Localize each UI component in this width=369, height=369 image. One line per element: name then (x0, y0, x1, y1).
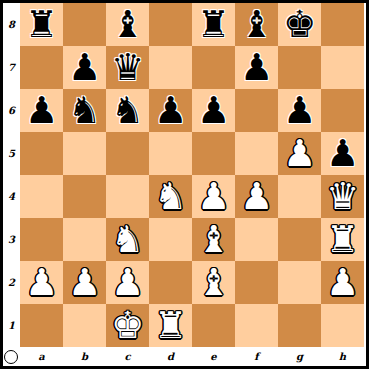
square-a3[interactable] (20, 218, 63, 261)
square-f2[interactable] (235, 261, 278, 304)
rank-label-8: 8 (3, 3, 20, 46)
square-d6[interactable]: ♟ (149, 89, 192, 132)
square-g1[interactable] (278, 304, 321, 347)
square-e2[interactable]: ♝ (192, 261, 235, 304)
piece-black-bishop[interactable]: ♝ (240, 3, 273, 46)
piece-white-pawn[interactable]: ♟ (326, 261, 359, 304)
square-h3[interactable]: ♜ (321, 218, 364, 261)
piece-black-king[interactable]: ♚ (283, 3, 316, 46)
piece-white-pawn[interactable]: ♟ (197, 175, 230, 218)
piece-black-rook[interactable]: ♜ (25, 3, 58, 46)
square-d1[interactable]: ♜ (149, 304, 192, 347)
square-g6[interactable]: ♟ (278, 89, 321, 132)
square-c3[interactable]: ♞ (106, 218, 149, 261)
square-c1[interactable]: ♚ (106, 304, 149, 347)
rank-label-7: 7 (3, 46, 20, 89)
square-a4[interactable] (20, 175, 63, 218)
square-g2[interactable] (278, 261, 321, 304)
square-e3[interactable]: ♝ (192, 218, 235, 261)
file-label-f: f (235, 347, 278, 366)
piece-white-bishop[interactable]: ♝ (197, 218, 230, 261)
rank-label-1: 1 (3, 304, 20, 347)
square-f5[interactable] (235, 132, 278, 175)
square-g3[interactable] (278, 218, 321, 261)
square-c5[interactable] (106, 132, 149, 175)
piece-black-pawn[interactable]: ♟ (240, 46, 273, 89)
square-d5[interactable] (149, 132, 192, 175)
rank-label-5: 5 (3, 132, 20, 175)
piece-white-pawn[interactable]: ♟ (68, 261, 101, 304)
square-e5[interactable] (192, 132, 235, 175)
square-d2[interactable] (149, 261, 192, 304)
square-f6[interactable] (235, 89, 278, 132)
square-c8[interactable]: ♝ (106, 3, 149, 46)
square-b5[interactable] (63, 132, 106, 175)
square-a1[interactable] (20, 304, 63, 347)
square-d4[interactable]: ♞ (149, 175, 192, 218)
file-label-e: e (192, 347, 235, 366)
piece-black-pawn[interactable]: ♟ (68, 46, 101, 89)
square-e6[interactable]: ♟ (192, 89, 235, 132)
square-f1[interactable] (235, 304, 278, 347)
square-c6[interactable]: ♞ (106, 89, 149, 132)
piece-black-pawn[interactable]: ♟ (326, 132, 359, 175)
square-g7[interactable] (278, 46, 321, 89)
piece-white-knight[interactable]: ♞ (111, 218, 144, 261)
square-a5[interactable] (20, 132, 63, 175)
piece-black-pawn[interactable]: ♟ (154, 89, 187, 132)
square-h8[interactable] (321, 3, 364, 46)
white-to-move-indicator (4, 350, 18, 364)
square-b7[interactable]: ♟ (63, 46, 106, 89)
file-label-h: h (321, 347, 364, 366)
square-h2[interactable]: ♟ (321, 261, 364, 304)
square-h1[interactable] (321, 304, 364, 347)
square-b8[interactable] (63, 3, 106, 46)
square-b3[interactable] (63, 218, 106, 261)
piece-white-bishop[interactable]: ♝ (197, 261, 230, 304)
piece-black-pawn[interactable]: ♟ (25, 89, 58, 132)
square-b2[interactable]: ♟ (63, 261, 106, 304)
square-c7[interactable]: ♛ (106, 46, 149, 89)
piece-white-queen[interactable]: ♛ (326, 175, 359, 218)
piece-black-queen[interactable]: ♛ (111, 46, 144, 89)
square-d8[interactable] (149, 3, 192, 46)
rank-label-3: 3 (3, 218, 20, 261)
square-h5[interactable]: ♟ (321, 132, 364, 175)
piece-white-rook[interactable]: ♜ (154, 304, 187, 347)
square-c2[interactable]: ♟ (106, 261, 149, 304)
square-e8[interactable]: ♜ (192, 3, 235, 46)
square-g8[interactable]: ♚ (278, 3, 321, 46)
square-f7[interactable]: ♟ (235, 46, 278, 89)
piece-black-pawn[interactable]: ♟ (197, 89, 230, 132)
square-h6[interactable] (321, 89, 364, 132)
piece-black-pawn[interactable]: ♟ (283, 89, 316, 132)
square-a2[interactable]: ♟ (20, 261, 63, 304)
piece-white-pawn[interactable]: ♟ (283, 132, 316, 175)
piece-white-knight[interactable]: ♞ (154, 175, 187, 218)
piece-white-pawn[interactable]: ♟ (240, 175, 273, 218)
rank-label-6: 6 (3, 89, 20, 132)
piece-white-pawn[interactable]: ♟ (25, 261, 58, 304)
square-a6[interactable]: ♟ (20, 89, 63, 132)
piece-black-rook[interactable]: ♜ (197, 3, 230, 46)
piece-white-king[interactable]: ♚ (111, 304, 144, 347)
square-e1[interactable] (192, 304, 235, 347)
square-f3[interactable] (235, 218, 278, 261)
square-e7[interactable] (192, 46, 235, 89)
square-a7[interactable] (20, 46, 63, 89)
square-h4[interactable]: ♛ (321, 175, 364, 218)
square-d3[interactable] (149, 218, 192, 261)
square-g4[interactable] (278, 175, 321, 218)
chess-board[interactable]: ♜♝♜♝♚♟♛♟♟♞♞♟♟♟♟♟♞♟♟♛♞♝♜♟♟♟♝♟♚♜ (20, 3, 364, 347)
square-e4[interactable]: ♟ (192, 175, 235, 218)
file-label-d: d (149, 347, 192, 366)
square-d7[interactable] (149, 46, 192, 89)
square-f8[interactable]: ♝ (235, 3, 278, 46)
file-label-b: b (63, 347, 106, 366)
file-label-a: a (20, 347, 63, 366)
bottom-left-corner (3, 347, 20, 366)
file-label-g: g (278, 347, 321, 366)
file-labels: abcdefgh (20, 347, 364, 366)
rank-label-4: 4 (3, 175, 20, 218)
square-c4[interactable] (106, 175, 149, 218)
square-f4[interactable]: ♟ (235, 175, 278, 218)
piece-white-pawn[interactable]: ♟ (111, 261, 144, 304)
chess-board-frame: 87654321 ♜♝♜♝♚♟♛♟♟♞♞♟♟♟♟♟♞♟♟♛♞♝♜♟♟♟♝♟♚♜ … (0, 0, 369, 369)
piece-black-bishop[interactable]: ♝ (111, 3, 144, 46)
file-label-c: c (106, 347, 149, 366)
piece-white-rook[interactable]: ♜ (326, 218, 359, 261)
piece-black-knight[interactable]: ♞ (111, 89, 144, 132)
square-g5[interactable]: ♟ (278, 132, 321, 175)
square-b1[interactable] (63, 304, 106, 347)
square-b6[interactable]: ♞ (63, 89, 106, 132)
square-h7[interactable] (321, 46, 364, 89)
rank-labels: 87654321 (3, 3, 20, 347)
piece-black-knight[interactable]: ♞ (68, 89, 101, 132)
square-b4[interactable] (63, 175, 106, 218)
rank-label-2: 2 (3, 261, 20, 304)
square-a8[interactable]: ♜ (20, 3, 63, 46)
